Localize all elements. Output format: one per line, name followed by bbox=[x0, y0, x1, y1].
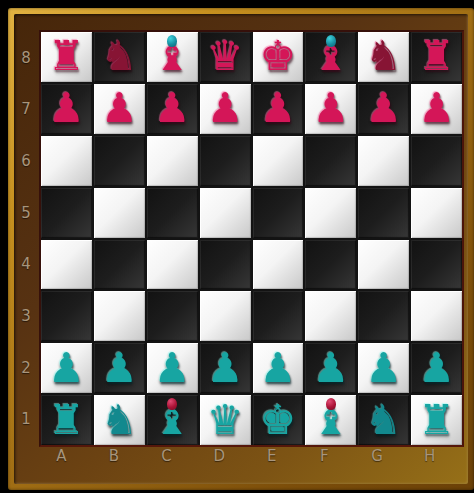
square-d4[interactable] bbox=[200, 240, 251, 290]
square-f3[interactable] bbox=[305, 291, 356, 341]
piece-black-pawn-d7[interactable]: ♟ bbox=[207, 88, 244, 129]
file-label-b: B bbox=[88, 447, 141, 465]
rank-label-2: 2 bbox=[14, 342, 38, 394]
piece-black-pawn-e7[interactable]: ♟ bbox=[260, 88, 297, 129]
file-label-h: H bbox=[403, 447, 456, 465]
square-b5[interactable] bbox=[94, 188, 145, 238]
square-c6[interactable] bbox=[147, 136, 198, 186]
square-h1[interactable]: ♜ bbox=[411, 395, 462, 445]
file-label-d: D bbox=[193, 447, 246, 465]
square-g4[interactable] bbox=[358, 240, 409, 290]
piece-white-pawn-d2[interactable]: ♟ bbox=[207, 348, 244, 389]
square-b7[interactable]: ♟ bbox=[94, 84, 145, 134]
piece-white-queen-d1[interactable]: ♛ bbox=[207, 400, 244, 441]
square-f5[interactable] bbox=[305, 188, 356, 238]
piece-black-king-e8[interactable]: ♚ bbox=[260, 36, 297, 77]
piece-black-knight-g8[interactable]: ♞ bbox=[365, 36, 402, 77]
square-f1[interactable]: ♝ bbox=[305, 395, 356, 445]
square-g1[interactable]: ♞ bbox=[358, 395, 409, 445]
square-g7[interactable]: ♟ bbox=[358, 84, 409, 134]
piece-white-king-e1[interactable]: ♚ bbox=[260, 400, 297, 441]
square-e4[interactable] bbox=[253, 240, 304, 290]
square-c3[interactable] bbox=[147, 291, 198, 341]
piece-white-pawn-h2[interactable]: ♟ bbox=[418, 348, 455, 389]
piece-black-rook-h8[interactable]: ♜ bbox=[418, 36, 455, 77]
square-d6[interactable] bbox=[200, 136, 251, 186]
chess-app: ♜♞♝♛♚♝♞♜♟♟♟♟♟♟♟♟♟♟♟♟♟♟♟♟♜♞♝♛♚♝♞♜ 8765432… bbox=[0, 0, 474, 493]
piece-white-pawn-b2[interactable]: ♟ bbox=[101, 348, 138, 389]
piece-white-pawn-f2[interactable]: ♟ bbox=[312, 348, 349, 389]
square-a7[interactable]: ♟ bbox=[41, 84, 92, 134]
square-f2[interactable]: ♟ bbox=[305, 343, 356, 393]
piece-black-knight-b8[interactable]: ♞ bbox=[101, 36, 138, 77]
square-a3[interactable] bbox=[41, 291, 92, 341]
bishop-finial-teal bbox=[167, 35, 177, 47]
bishop-finial-red bbox=[167, 398, 177, 410]
piece-white-pawn-e2[interactable]: ♟ bbox=[260, 348, 297, 389]
square-d8[interactable]: ♛ bbox=[200, 32, 251, 82]
square-e7[interactable]: ♟ bbox=[253, 84, 304, 134]
square-e5[interactable] bbox=[253, 188, 304, 238]
square-d3[interactable] bbox=[200, 291, 251, 341]
piece-black-pawn-c7[interactable]: ♟ bbox=[154, 88, 191, 129]
square-c8[interactable]: ♝ bbox=[147, 32, 198, 82]
piece-white-pawn-c2[interactable]: ♟ bbox=[154, 348, 191, 389]
square-d1[interactable]: ♛ bbox=[200, 395, 251, 445]
piece-black-pawn-a7[interactable]: ♟ bbox=[48, 88, 85, 129]
file-label-a: A bbox=[35, 447, 88, 465]
piece-white-pawn-g2[interactable]: ♟ bbox=[365, 348, 402, 389]
square-d7[interactable]: ♟ bbox=[200, 84, 251, 134]
square-b3[interactable] bbox=[94, 291, 145, 341]
square-a4[interactable] bbox=[41, 240, 92, 290]
square-g3[interactable] bbox=[358, 291, 409, 341]
square-a5[interactable] bbox=[41, 188, 92, 238]
square-b1[interactable]: ♞ bbox=[94, 395, 145, 445]
piece-white-knight-g1[interactable]: ♞ bbox=[365, 400, 402, 441]
square-b8[interactable]: ♞ bbox=[94, 32, 145, 82]
square-h2[interactable]: ♟ bbox=[411, 343, 462, 393]
rank-label-1: 1 bbox=[14, 393, 38, 445]
bishop-finial-teal bbox=[326, 35, 336, 47]
square-c7[interactable]: ♟ bbox=[147, 84, 198, 134]
rank-label-4: 4 bbox=[14, 239, 38, 291]
piece-black-queen-d8[interactable]: ♛ bbox=[207, 36, 244, 77]
square-e1[interactable]: ♚ bbox=[253, 395, 304, 445]
square-d5[interactable] bbox=[200, 188, 251, 238]
piece-black-pawn-g7[interactable]: ♟ bbox=[365, 88, 402, 129]
square-h3[interactable] bbox=[411, 291, 462, 341]
rank-label-6: 6 bbox=[14, 135, 38, 187]
file-labels: ABCDEFGH bbox=[41, 447, 462, 465]
square-c4[interactable] bbox=[147, 240, 198, 290]
piece-white-rook-a1[interactable]: ♜ bbox=[48, 400, 85, 441]
square-g5[interactable] bbox=[358, 188, 409, 238]
piece-white-rook-h1[interactable]: ♜ bbox=[418, 400, 455, 441]
square-e2[interactable]: ♟ bbox=[253, 343, 304, 393]
square-h7[interactable]: ♟ bbox=[411, 84, 462, 134]
square-g8[interactable]: ♞ bbox=[358, 32, 409, 82]
rank-label-5: 5 bbox=[14, 187, 38, 239]
square-h5[interactable] bbox=[411, 188, 462, 238]
square-g2[interactable]: ♟ bbox=[358, 343, 409, 393]
square-h4[interactable] bbox=[411, 240, 462, 290]
square-f6[interactable] bbox=[305, 136, 356, 186]
square-a6[interactable] bbox=[41, 136, 92, 186]
rank-label-7: 7 bbox=[14, 84, 38, 136]
square-e8[interactable]: ♚ bbox=[253, 32, 304, 82]
square-a8[interactable]: ♜ bbox=[41, 32, 92, 82]
file-label-c: C bbox=[140, 447, 193, 465]
chess-board: ♜♞♝♛♚♝♞♜♟♟♟♟♟♟♟♟♟♟♟♟♟♟♟♟♜♞♝♛♚♝♞♜ bbox=[39, 30, 464, 447]
piece-black-pawn-h7[interactable]: ♟ bbox=[418, 88, 455, 129]
square-b4[interactable] bbox=[94, 240, 145, 290]
rank-labels: 87654321 bbox=[14, 32, 38, 445]
piece-black-pawn-b7[interactable]: ♟ bbox=[101, 88, 138, 129]
file-label-e: E bbox=[246, 447, 299, 465]
square-h6[interactable] bbox=[411, 136, 462, 186]
square-a2[interactable]: ♟ bbox=[41, 343, 92, 393]
rank-label-3: 3 bbox=[14, 290, 38, 342]
file-label-f: F bbox=[298, 447, 351, 465]
file-label-g: G bbox=[351, 447, 404, 465]
square-b6[interactable] bbox=[94, 136, 145, 186]
piece-white-knight-b1[interactable]: ♞ bbox=[101, 400, 138, 441]
piece-black-rook-a8[interactable]: ♜ bbox=[48, 36, 85, 77]
square-c2[interactable]: ♟ bbox=[147, 343, 198, 393]
square-b2[interactable]: ♟ bbox=[94, 343, 145, 393]
square-f7[interactable]: ♟ bbox=[305, 84, 356, 134]
square-c5[interactable] bbox=[147, 188, 198, 238]
square-g6[interactable] bbox=[358, 136, 409, 186]
bishop-finial-red bbox=[326, 398, 336, 410]
square-c1[interactable]: ♝ bbox=[147, 395, 198, 445]
square-e6[interactable] bbox=[253, 136, 304, 186]
square-a1[interactable]: ♜ bbox=[41, 395, 92, 445]
square-h8[interactable]: ♜ bbox=[411, 32, 462, 82]
piece-black-pawn-f7[interactable]: ♟ bbox=[312, 88, 349, 129]
piece-white-pawn-a2[interactable]: ♟ bbox=[48, 348, 85, 389]
square-f8[interactable]: ♝ bbox=[305, 32, 356, 82]
square-f4[interactable] bbox=[305, 240, 356, 290]
square-e3[interactable] bbox=[253, 291, 304, 341]
square-d2[interactable]: ♟ bbox=[200, 343, 251, 393]
rank-label-8: 8 bbox=[14, 32, 38, 84]
